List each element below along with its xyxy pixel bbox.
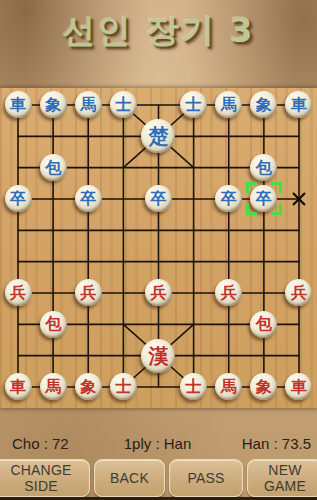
piece-han-soldier[interactable]: 兵 [285,279,312,306]
piece-glyph: 象 [80,379,96,395]
piece-cho-guard[interactable]: 士 [110,91,137,118]
piece-glyph: 馬 [221,379,237,395]
piece-han-chariot[interactable]: 車 [285,373,312,400]
ply-turn-indicator: 1ply : Han [100,435,215,452]
piece-grid: 車象馬士士馬象車楚包包卒卒卒卒卒兵兵兵兵兵包包漢車馬象士士馬象車 [1,89,317,402]
piece-han-elephant[interactable]: 象 [250,373,277,400]
piece-han-horse[interactable]: 馬 [215,373,242,400]
piece-glyph: 馬 [80,97,96,113]
piece-cho-soldier[interactable]: 卒 [145,185,172,212]
piece-cho-horse[interactable]: 馬 [75,91,102,118]
piece-glyph: 包 [256,160,272,176]
piece-glyph: 車 [10,97,26,113]
piece-glyph: 兵 [80,285,96,301]
piece-glyph: 士 [186,97,202,113]
piece-glyph: 包 [256,316,272,332]
button-row: CHANGE SIDE BACK PASS NEW GAME [0,459,317,497]
piece-cho-soldier[interactable]: 卒 [5,185,32,212]
piece-han-guard[interactable]: 士 [110,373,137,400]
piece-glyph: 卒 [80,191,96,207]
back-button[interactable]: BACK [94,459,165,497]
janggi-board[interactable]: 車象馬士士馬象車楚包包卒卒卒卒卒兵兵兵兵兵包包漢車馬象士士馬象車 [0,88,317,408]
piece-glyph: 車 [291,97,307,113]
piece-glyph: 卒 [221,191,237,207]
cho-score: Cho : 72 [12,435,100,452]
piece-glyph: 士 [115,379,131,395]
piece-glyph: 兵 [221,285,237,301]
piece-glyph: 兵 [150,285,166,301]
piece-cho-cannon[interactable]: 包 [40,154,67,181]
piece-han-guard[interactable]: 士 [180,373,207,400]
piece-glyph: 漢 [148,346,168,366]
piece-glyph: 象 [256,379,272,395]
piece-han-soldier[interactable]: 兵 [145,279,172,306]
piece-cho-guard[interactable]: 士 [180,91,207,118]
new-game-button[interactable]: NEW GAME [247,459,317,497]
piece-glyph: 楚 [148,126,168,146]
piece-cho-king[interactable]: 楚 [141,119,175,153]
piece-cho-soldier[interactable]: 卒 [75,185,102,212]
piece-han-cannon[interactable]: 包 [250,311,277,338]
piece-han-soldier[interactable]: 兵 [5,279,32,306]
piece-glyph: 兵 [10,285,26,301]
piece-han-king[interactable]: 漢 [141,339,175,373]
piece-cho-chariot[interactable]: 車 [285,91,312,118]
piece-glyph: 卒 [256,191,272,207]
piece-glyph: 包 [45,316,61,332]
piece-glyph: 馬 [221,97,237,113]
piece-han-chariot[interactable]: 車 [5,373,32,400]
piece-cho-chariot[interactable]: 車 [5,91,32,118]
piece-han-soldier[interactable]: 兵 [215,279,242,306]
piece-glyph: 卒 [150,191,166,207]
piece-cho-elephant[interactable]: 象 [40,91,67,118]
app-title: 선인 장기 3 [0,0,317,54]
piece-cho-cannon[interactable]: 包 [250,154,277,181]
piece-han-soldier[interactable]: 兵 [75,279,102,306]
piece-cho-elephant[interactable]: 象 [250,91,277,118]
piece-glyph: 象 [45,97,61,113]
status-bar: Cho : 72 1ply : Han Han : 73.5 [0,430,317,456]
piece-glyph: 士 [115,97,131,113]
piece-han-cannon[interactable]: 包 [40,311,67,338]
change-side-button[interactable]: CHANGE SIDE [0,459,90,497]
title-bar: 선인 장기 3 [0,0,317,88]
piece-glyph: 士 [186,379,202,395]
han-score: Han : 73.5 [215,435,311,452]
piece-cho-soldier[interactable]: 卒 [215,185,242,212]
piece-han-horse[interactable]: 馬 [40,373,67,400]
piece-glyph: 車 [291,379,307,395]
piece-glyph: 象 [256,97,272,113]
piece-glyph: 馬 [45,379,61,395]
pass-button[interactable]: PASS [169,459,243,497]
piece-cho-horse[interactable]: 馬 [215,91,242,118]
piece-cho-soldier[interactable]: 卒 [250,185,277,212]
piece-han-elephant[interactable]: 象 [75,373,102,400]
piece-glyph: 車 [10,379,26,395]
piece-glyph: 包 [45,160,61,176]
piece-glyph: 卒 [10,191,26,207]
piece-glyph: 兵 [291,285,307,301]
